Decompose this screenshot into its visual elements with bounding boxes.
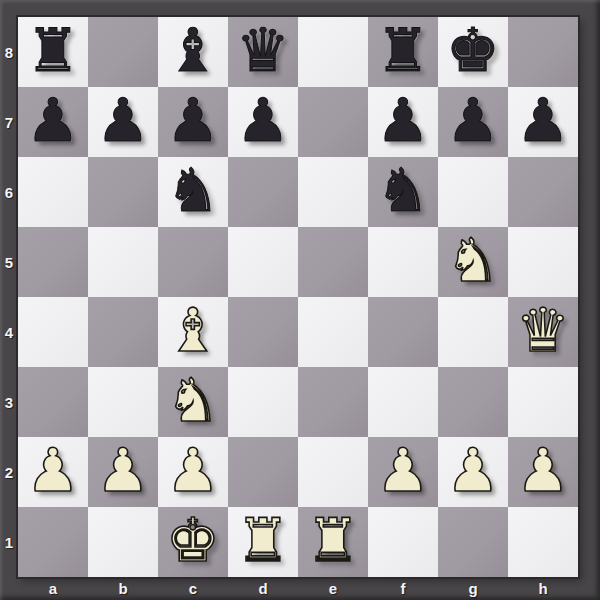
square-e7[interactable] bbox=[298, 87, 368, 157]
square-g8[interactable]: ♚ bbox=[438, 17, 508, 87]
square-a2[interactable]: ♟ bbox=[18, 437, 88, 507]
file-label-a: a bbox=[18, 577, 88, 600]
white-rook: ♜ bbox=[306, 510, 360, 570]
square-c4[interactable]: ♝ bbox=[158, 297, 228, 367]
square-d6[interactable] bbox=[228, 157, 298, 227]
rank-label-7: 7 bbox=[0, 87, 18, 157]
square-c7[interactable]: ♟ bbox=[158, 87, 228, 157]
square-c1[interactable]: ♚ bbox=[158, 507, 228, 577]
square-c2[interactable]: ♟ bbox=[158, 437, 228, 507]
black-rook: ♜ bbox=[376, 20, 430, 80]
square-e8[interactable] bbox=[298, 17, 368, 87]
rank-label-2: 2 bbox=[0, 437, 18, 507]
square-b6[interactable] bbox=[88, 157, 158, 227]
square-b3[interactable] bbox=[88, 367, 158, 437]
black-rook: ♜ bbox=[26, 20, 80, 80]
file-label-d: d bbox=[228, 577, 298, 600]
black-pawn: ♟ bbox=[166, 90, 220, 150]
file-label-g: g bbox=[438, 577, 508, 600]
file-label-c: c bbox=[158, 577, 228, 600]
black-pawn: ♟ bbox=[446, 90, 500, 150]
black-knight: ♞ bbox=[166, 160, 220, 220]
white-knight: ♞ bbox=[166, 370, 220, 430]
square-a4[interactable] bbox=[18, 297, 88, 367]
square-d4[interactable] bbox=[228, 297, 298, 367]
square-b2[interactable]: ♟ bbox=[88, 437, 158, 507]
square-h5[interactable] bbox=[508, 227, 578, 297]
square-f6[interactable]: ♞ bbox=[368, 157, 438, 227]
square-d1[interactable]: ♜ bbox=[228, 507, 298, 577]
square-b1[interactable] bbox=[88, 507, 158, 577]
black-pawn: ♟ bbox=[376, 90, 430, 150]
square-f4[interactable] bbox=[368, 297, 438, 367]
square-h2[interactable]: ♟ bbox=[508, 437, 578, 507]
square-a1[interactable] bbox=[18, 507, 88, 577]
black-pawn: ♟ bbox=[96, 90, 150, 150]
square-g5[interactable]: ♞ bbox=[438, 227, 508, 297]
square-c8[interactable]: ♝ bbox=[158, 17, 228, 87]
file-label-e: e bbox=[298, 577, 368, 600]
square-f5[interactable] bbox=[368, 227, 438, 297]
rank-label-1: 1 bbox=[0, 507, 18, 577]
white-knight: ♞ bbox=[446, 230, 500, 290]
white-pawn: ♟ bbox=[446, 440, 500, 500]
square-b8[interactable] bbox=[88, 17, 158, 87]
rank-labels: 87654321 bbox=[0, 17, 18, 577]
square-h8[interactable] bbox=[508, 17, 578, 87]
square-b5[interactable] bbox=[88, 227, 158, 297]
square-b7[interactable]: ♟ bbox=[88, 87, 158, 157]
square-h3[interactable] bbox=[508, 367, 578, 437]
square-a3[interactable] bbox=[18, 367, 88, 437]
black-pawn: ♟ bbox=[516, 90, 570, 150]
square-f3[interactable] bbox=[368, 367, 438, 437]
square-g1[interactable] bbox=[438, 507, 508, 577]
black-knight: ♞ bbox=[376, 160, 430, 220]
rank-label-5: 5 bbox=[0, 227, 18, 297]
white-pawn: ♟ bbox=[376, 440, 430, 500]
square-g2[interactable]: ♟ bbox=[438, 437, 508, 507]
square-h6[interactable] bbox=[508, 157, 578, 227]
square-e2[interactable] bbox=[298, 437, 368, 507]
square-f7[interactable]: ♟ bbox=[368, 87, 438, 157]
rank-label-6: 6 bbox=[0, 157, 18, 227]
square-d7[interactable]: ♟ bbox=[228, 87, 298, 157]
square-e6[interactable] bbox=[298, 157, 368, 227]
square-e4[interactable] bbox=[298, 297, 368, 367]
square-e3[interactable] bbox=[298, 367, 368, 437]
black-pawn: ♟ bbox=[26, 90, 80, 150]
chess-board: ♜♝♛♜♚♟♟♟♟♟♟♟♞♞♞♝♛♞♟♟♟♟♟♟♚♜♜ bbox=[18, 17, 578, 577]
square-g6[interactable] bbox=[438, 157, 508, 227]
square-a5[interactable] bbox=[18, 227, 88, 297]
square-f8[interactable]: ♜ bbox=[368, 17, 438, 87]
square-f2[interactable]: ♟ bbox=[368, 437, 438, 507]
white-pawn: ♟ bbox=[96, 440, 150, 500]
white-pawn: ♟ bbox=[516, 440, 570, 500]
square-d2[interactable] bbox=[228, 437, 298, 507]
white-queen: ♛ bbox=[516, 300, 570, 360]
white-rook: ♜ bbox=[236, 510, 290, 570]
square-c5[interactable] bbox=[158, 227, 228, 297]
white-king: ♚ bbox=[166, 510, 220, 570]
file-label-f: f bbox=[368, 577, 438, 600]
square-f1[interactable] bbox=[368, 507, 438, 577]
square-c3[interactable]: ♞ bbox=[158, 367, 228, 437]
square-g3[interactable] bbox=[438, 367, 508, 437]
square-d5[interactable] bbox=[228, 227, 298, 297]
square-b4[interactable] bbox=[88, 297, 158, 367]
square-a8[interactable]: ♜ bbox=[18, 17, 88, 87]
square-a6[interactable] bbox=[18, 157, 88, 227]
file-labels: abcdefgh bbox=[18, 577, 578, 600]
white-pawn: ♟ bbox=[166, 440, 220, 500]
square-e1[interactable]: ♜ bbox=[298, 507, 368, 577]
chess-board-frame: 87654321 ♜♝♛♜♚♟♟♟♟♟♟♟♞♞♞♝♛♞♟♟♟♟♟♟♚♜♜ abc… bbox=[0, 0, 600, 600]
black-king: ♚ bbox=[446, 20, 500, 80]
square-h1[interactable] bbox=[508, 507, 578, 577]
file-label-h: h bbox=[508, 577, 578, 600]
square-d3[interactable] bbox=[228, 367, 298, 437]
white-pawn: ♟ bbox=[26, 440, 80, 500]
square-g7[interactable]: ♟ bbox=[438, 87, 508, 157]
square-h7[interactable]: ♟ bbox=[508, 87, 578, 157]
square-h4[interactable]: ♛ bbox=[508, 297, 578, 367]
black-queen: ♛ bbox=[236, 20, 290, 80]
file-label-b: b bbox=[88, 577, 158, 600]
rank-label-4: 4 bbox=[0, 297, 18, 367]
square-a7[interactable]: ♟ bbox=[18, 87, 88, 157]
square-d8[interactable]: ♛ bbox=[228, 17, 298, 87]
square-e5[interactable] bbox=[298, 227, 368, 297]
black-pawn: ♟ bbox=[236, 90, 290, 150]
square-g4[interactable] bbox=[438, 297, 508, 367]
black-bishop: ♝ bbox=[166, 20, 220, 80]
rank-label-8: 8 bbox=[0, 17, 18, 87]
rank-label-3: 3 bbox=[0, 367, 18, 437]
white-bishop: ♝ bbox=[166, 300, 220, 360]
square-c6[interactable]: ♞ bbox=[158, 157, 228, 227]
